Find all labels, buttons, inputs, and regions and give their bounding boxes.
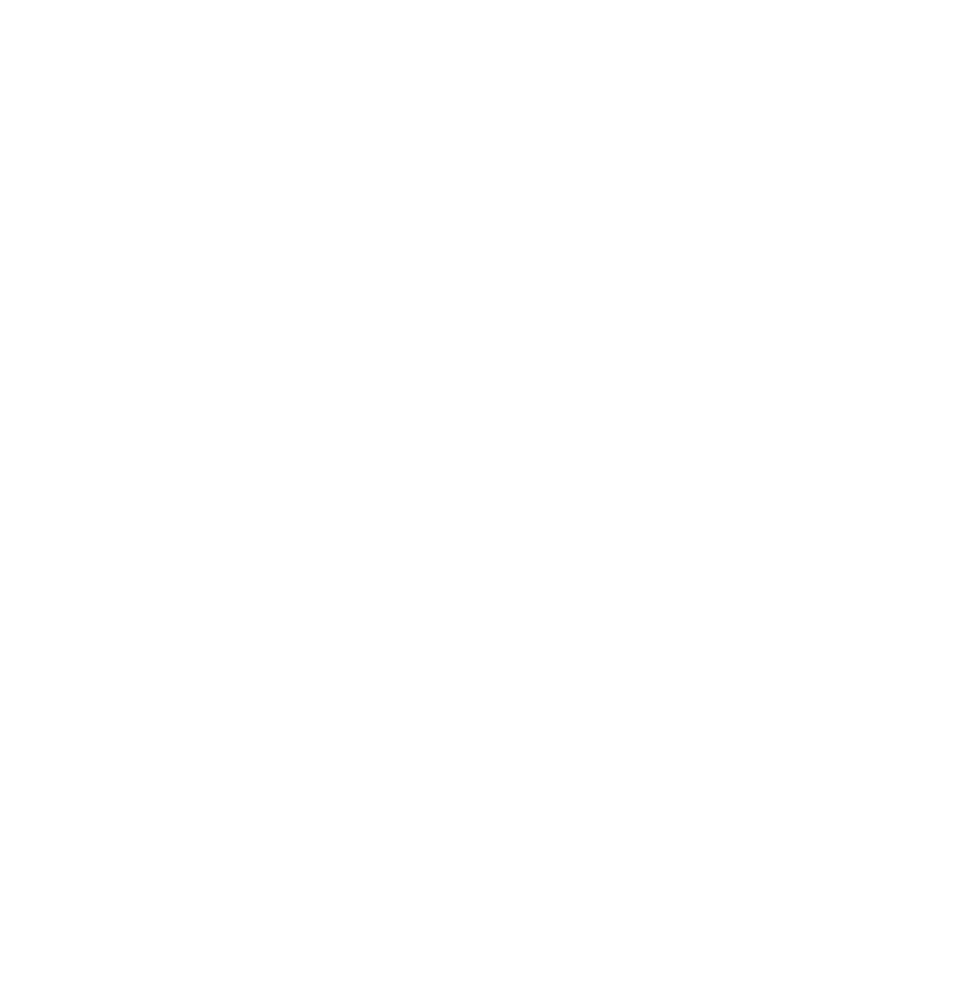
product-photo-scene <box>0 0 973 1000</box>
piece-container <box>0 0 973 1000</box>
